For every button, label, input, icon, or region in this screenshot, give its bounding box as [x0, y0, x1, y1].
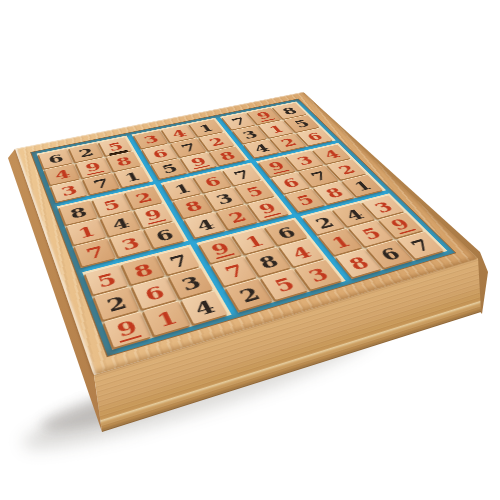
digit: 3 [294, 154, 316, 167]
digit: 3 [304, 265, 332, 285]
digit: 5 [358, 225, 385, 242]
digit: 9 [255, 200, 281, 217]
digit: 5 [94, 269, 118, 289]
digit: 4 [288, 243, 314, 262]
digit: 3 [141, 133, 160, 145]
digit: 6 [46, 152, 65, 165]
digit: 3 [178, 273, 204, 294]
digit: 8 [255, 252, 281, 271]
digit: 4 [169, 127, 188, 139]
digit: 2 [133, 190, 155, 205]
digit: 1 [75, 223, 97, 240]
digit: 9 [82, 160, 104, 175]
digit: 2 [76, 146, 95, 159]
product-photo: 6254983713416725987983154268521497361678… [0, 0, 500, 500]
digit: 1 [266, 123, 287, 135]
digit: 6 [202, 174, 224, 188]
digit: 3 [370, 199, 395, 215]
digit: 8 [68, 205, 89, 221]
digit: 2 [225, 208, 249, 224]
digit: 2 [312, 214, 337, 231]
digit: 4 [52, 167, 72, 181]
digit: 7 [178, 141, 198, 154]
digit: 1 [196, 122, 216, 134]
digit: 8 [182, 198, 205, 214]
digit: 6 [376, 245, 404, 264]
digit: 9 [207, 239, 235, 259]
digit: 7 [83, 243, 106, 262]
digit: 4 [341, 206, 366, 222]
digit: 7 [91, 176, 111, 191]
digit: 1 [122, 170, 143, 184]
digit: 8 [345, 253, 373, 272]
digit: 2 [104, 293, 129, 315]
digit: 8 [280, 105, 300, 116]
digit: 7 [308, 169, 331, 183]
digit: 2 [278, 136, 299, 148]
digit: 6 [153, 226, 176, 244]
digit: 1 [328, 233, 354, 251]
digit: 7 [407, 236, 435, 254]
digit: 4 [193, 216, 217, 233]
digit: 3 [240, 128, 260, 140]
digit: 1 [350, 178, 374, 193]
digit: 3 [119, 234, 142, 252]
digit: 9 [113, 317, 143, 343]
digit: 6 [279, 175, 302, 189]
digit: 3 [213, 191, 236, 206]
digit: 7 [231, 168, 253, 182]
digit: 4 [321, 148, 343, 161]
digit: 9 [387, 216, 416, 234]
digit: 5 [293, 192, 317, 207]
digit: 8 [131, 260, 156, 280]
digit: 6 [273, 224, 298, 241]
digit: 4 [191, 296, 218, 318]
digit: 7 [166, 251, 191, 270]
digit: 5 [159, 162, 180, 176]
digit: 6 [304, 131, 325, 143]
digit: 5 [243, 184, 266, 199]
digit: 5 [291, 118, 312, 129]
digit: 5 [101, 197, 122, 213]
digit: 7 [229, 116, 249, 127]
digit: 2 [206, 135, 226, 147]
digit: 6 [150, 147, 170, 160]
digit: 8 [322, 185, 346, 200]
digit: 3 [59, 183, 79, 198]
digit: 4 [251, 142, 272, 155]
digit: 1 [171, 181, 193, 196]
digit: 8 [217, 149, 238, 162]
digit: 6 [142, 283, 168, 304]
digit: 1 [241, 232, 266, 250]
digit: 9 [187, 155, 210, 170]
digit: 5 [271, 274, 298, 295]
digit: 2 [236, 284, 263, 305]
digit: 2 [335, 162, 358, 176]
digit: 9 [141, 207, 166, 225]
digit: 8 [114, 154, 134, 167]
digit: 7 [222, 261, 248, 281]
digit: 1 [153, 307, 180, 330]
digit: 9 [265, 159, 290, 174]
digit: 9 [253, 110, 275, 122]
digit: 4 [109, 215, 131, 232]
